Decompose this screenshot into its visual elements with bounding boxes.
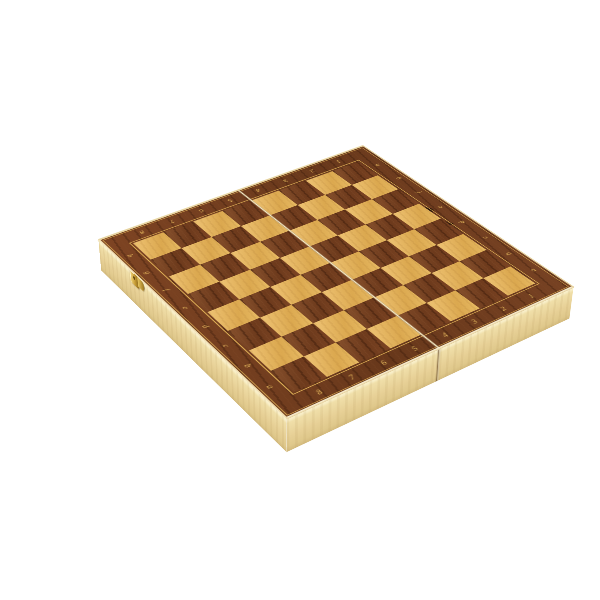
black-rook: ♜ [334, 166, 378, 174]
product-photo-scene: hh88gg77ff66ee55dd44cc33bb22aa11 ♜♟♟♜♞♟♟… [0, 0, 600, 600]
white-knight: ♞ [152, 253, 201, 263]
black-pawn: ♟ [327, 190, 372, 197]
black-pawn: ♟ [389, 235, 437, 243]
perspective-stage: hh88gg77ff66ee55dd44cc33bb22aa11 ♜♟♟♜♞♟♟… [0, 0, 600, 600]
black-queen: ♛ [415, 220, 463, 233]
white-rook: ♜ [135, 238, 183, 247]
black-knight: ♞ [354, 179, 399, 188]
chess-board: hh88gg77ff66ee55dd44cc33bb22aa11 ♜♟♟♜♞♟♟… [98, 146, 573, 419]
folding-chess-box: hh88gg77ff66ee55dd44cc33bb22aa11 ♜♟♟♜♞♟♟… [98, 146, 573, 419]
white-pawn: ♟ [183, 243, 231, 251]
black-pawn: ♟ [367, 220, 414, 228]
fold-seam-side [435, 348, 441, 382]
black-bishop: ♝ [437, 237, 486, 248]
black-bishop: ♝ [373, 192, 419, 202]
black-knight: ♞ [460, 254, 510, 264]
black-pawn: ♟ [347, 205, 393, 213]
black-pawn: ♟ [410, 251, 459, 259]
black-pawn: ♟ [308, 176, 352, 183]
black-king: ♚ [394, 204, 441, 217]
white-pawn: ♟ [165, 228, 212, 236]
